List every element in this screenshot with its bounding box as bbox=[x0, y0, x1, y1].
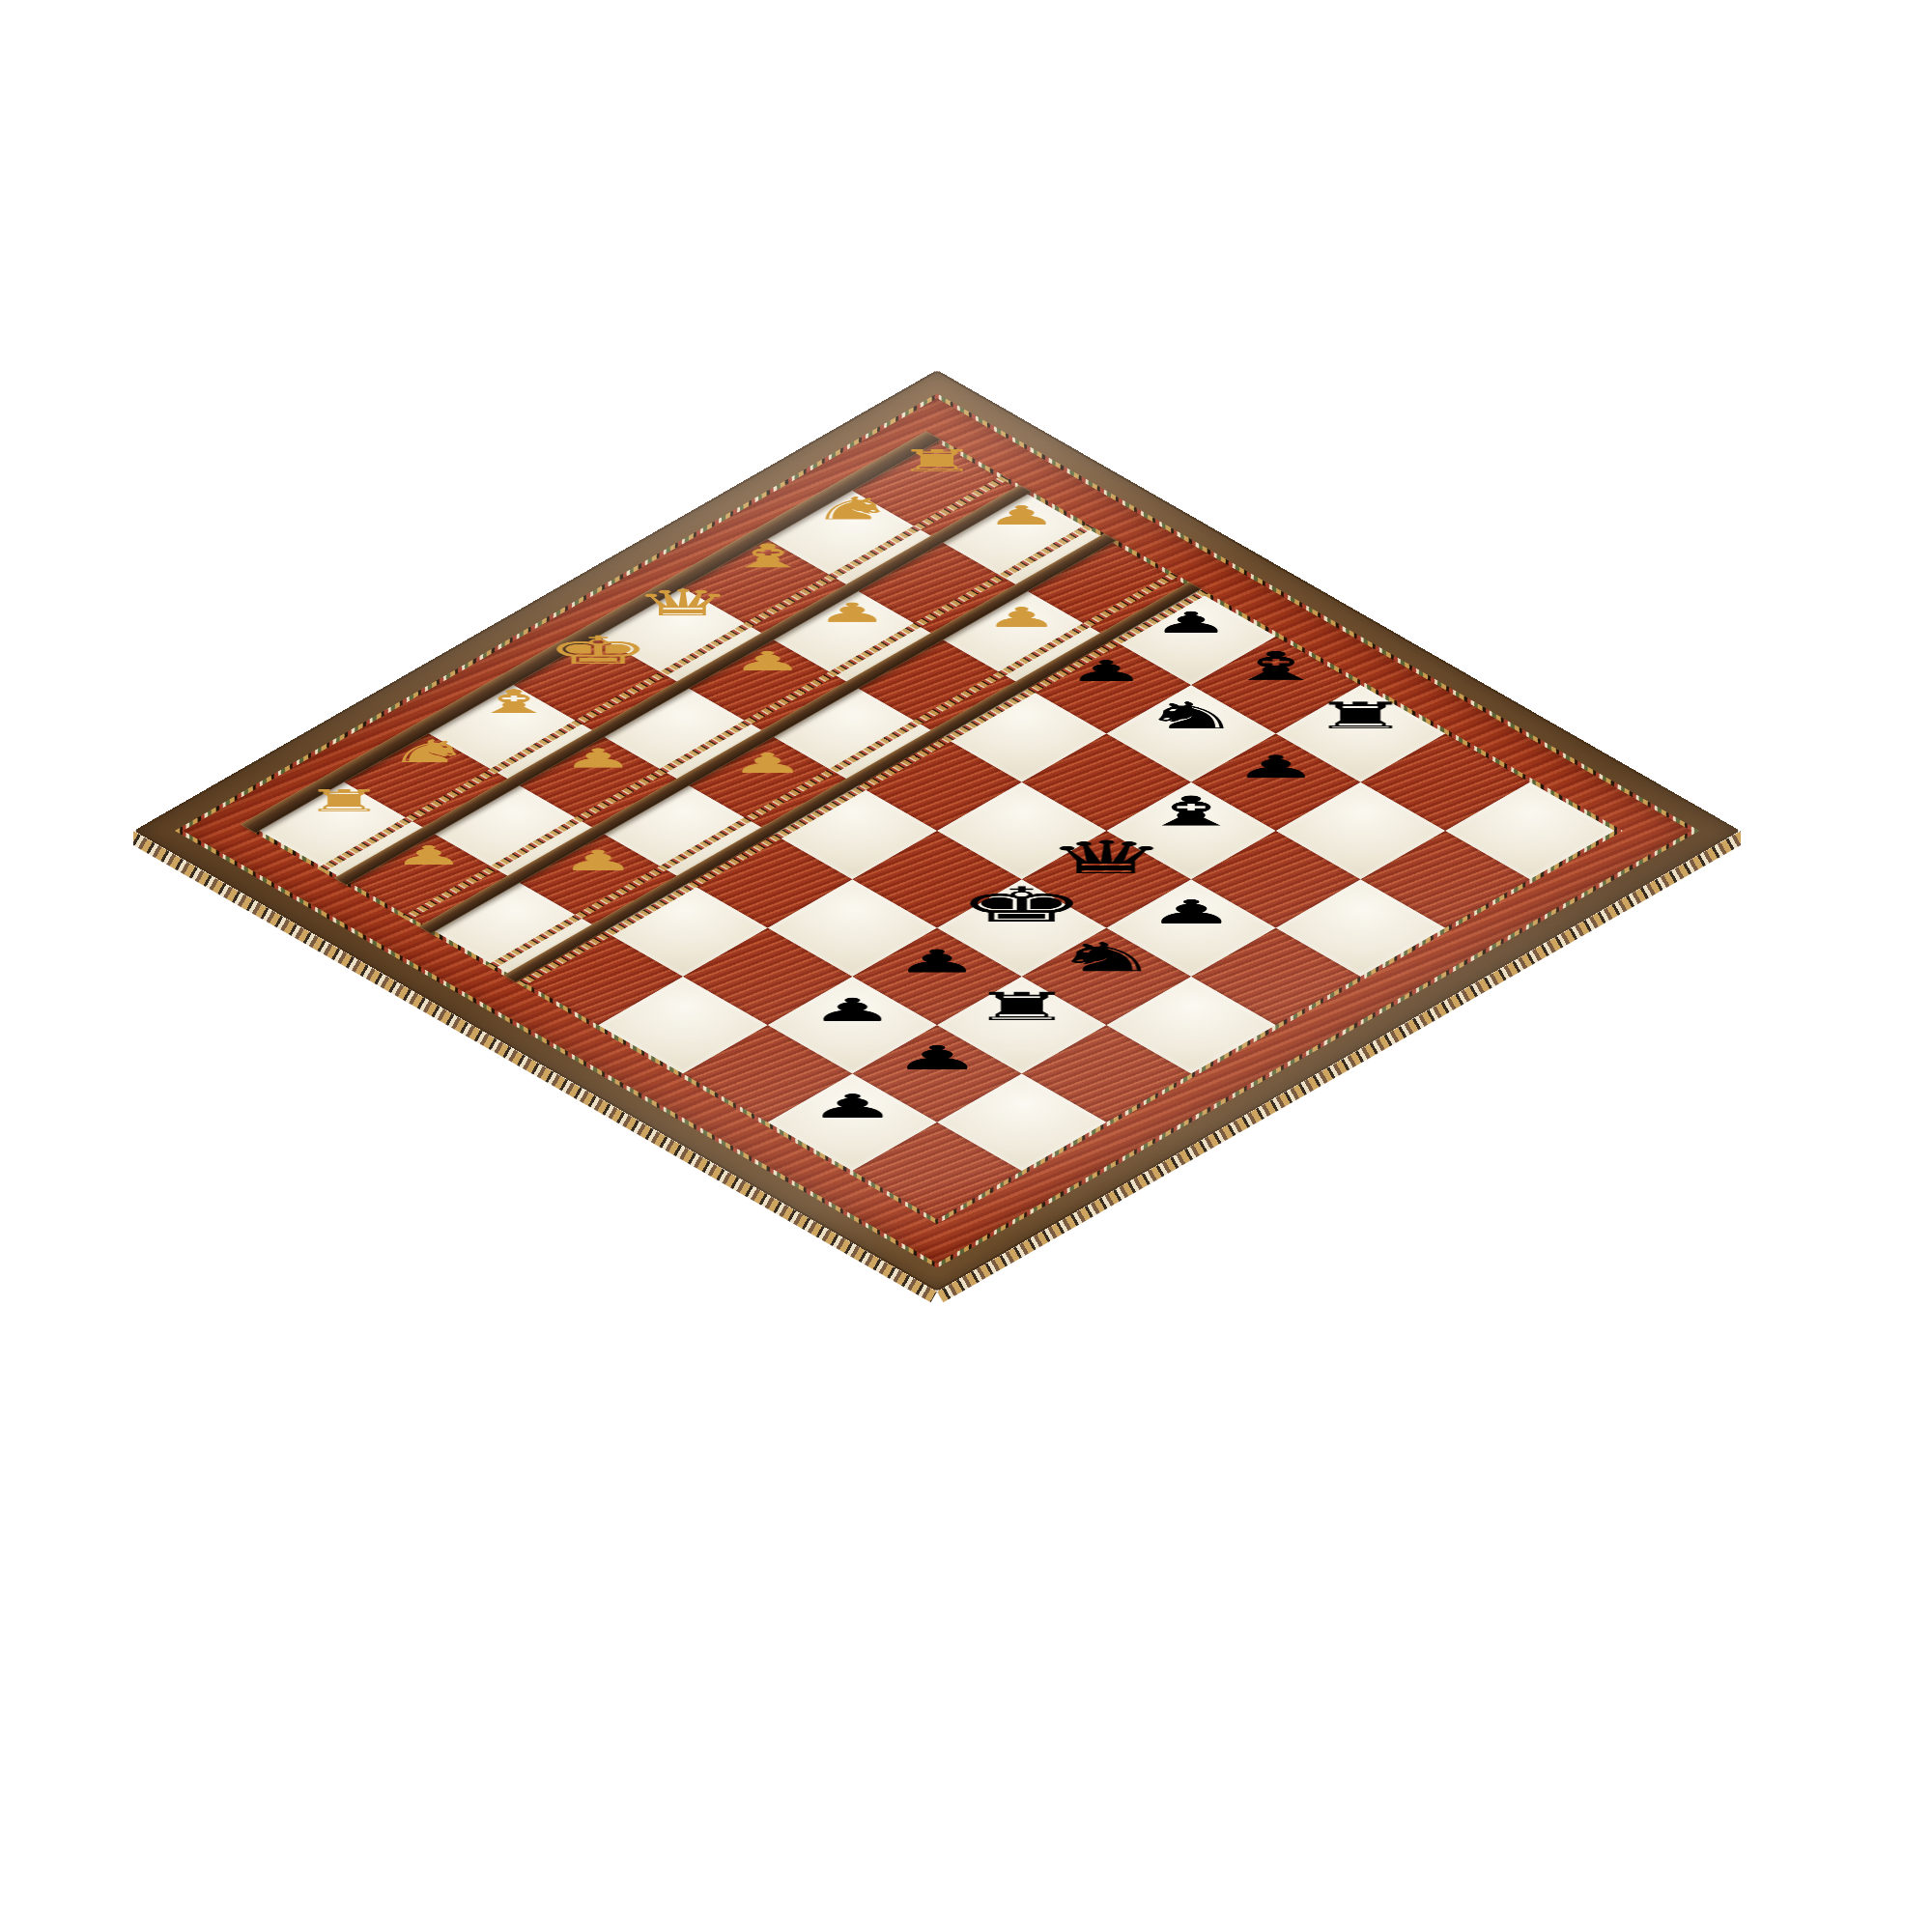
chess-box-scene: ♜♞♝♛♚♝♞♜♟♟♟♟♟♟♟♟♟♟♝♞♜♟♝♛♚♟♟♟♞♜♟♟ bbox=[0, 0, 1932, 1932]
chess-board: ♜♞♝♛♚♝♞♜♟♟♟♟♟♟♟♟♟♟♝♞♜♟♝♛♚♟♟♟♞♜♟♟ bbox=[133, 370, 1740, 1292]
white-pawn-piece[interactable]: ♟ bbox=[352, 819, 506, 880]
white-pawn-piece[interactable]: ♟ bbox=[691, 625, 845, 686]
white-pawn-piece[interactable]: ♟ bbox=[521, 722, 675, 782]
board-decor-layer: ♜♞♝♛♚♝♞♜♟♟♟♟♟♟♟♟♟♟♝♞♜♟♝♛♚♟♟♟♞♜♟♟ bbox=[133, 370, 1740, 1292]
black-pawn-piece[interactable]: ♟ bbox=[775, 1062, 929, 1122]
white-pawn-piece[interactable]: ♟ bbox=[945, 479, 1099, 540]
stair-end-steps bbox=[0, 0, 1932, 75]
white-pawn-piece[interactable]: ♟ bbox=[521, 819, 675, 880]
white-pawn-piece[interactable]: ♟ bbox=[691, 722, 845, 782]
